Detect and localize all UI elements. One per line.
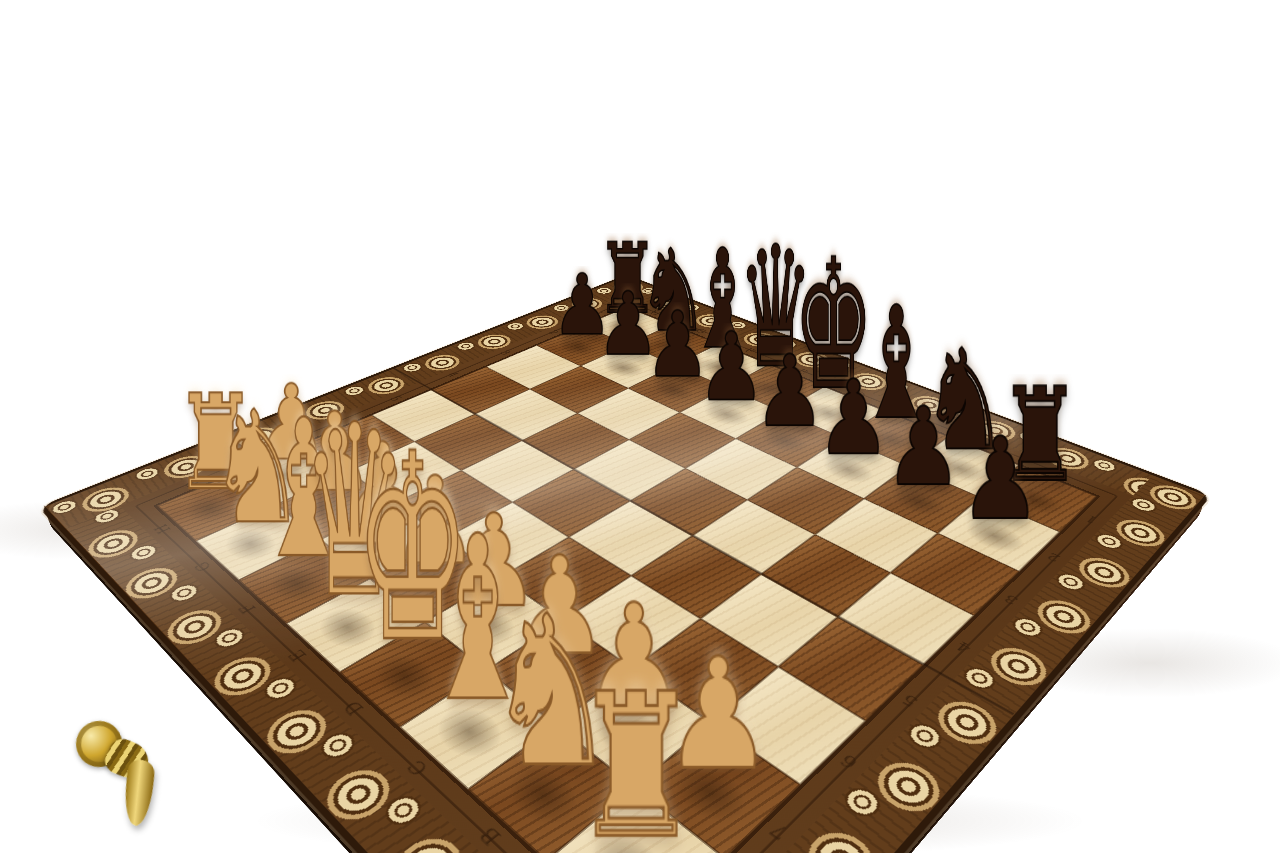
square-a4[interactable] <box>838 572 974 664</box>
latch-hook <box>122 759 156 827</box>
brass-latch-icon <box>47 693 170 848</box>
photo-scene: ♜♞♝♛♚♝♞♜♟♟♟♟♟♟♟♟♟♟♟♟♟♟♟♟♜♞♝♛♚♝♞♜ HHGGFFE… <box>0 0 1280 853</box>
square-a8[interactable]: ♜ <box>546 786 724 853</box>
black-pawn-b2[interactable]: ♟ <box>884 395 961 497</box>
white-rook-a8[interactable]: ♜ <box>572 672 700 853</box>
square-d4[interactable] <box>630 468 747 535</box>
latch-knob <box>73 718 125 770</box>
latch-coil <box>101 735 153 784</box>
black-pawn-d2[interactable]: ♟ <box>754 344 825 437</box>
black-pawn-c2[interactable]: ♟ <box>816 369 890 467</box>
black-pawn-a2[interactable]: ♟ <box>959 425 1040 533</box>
chess-board: ♜♞♝♛♚♝♞♜♟♟♟♟♟♟♟♟♟♟♟♟♟♟♟♟♜♞♝♛♚♝♞♜ HHGGFFE… <box>45 276 1205 853</box>
